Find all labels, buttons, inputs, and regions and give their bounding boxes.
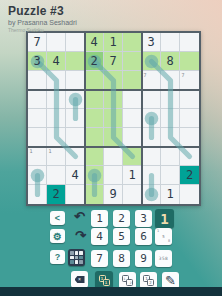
cell-r7c5[interactable] (104, 147, 123, 166)
cell-r9c3[interactable] (66, 185, 85, 204)
cell-r6c2[interactable] (47, 128, 66, 147)
cell-r7c9[interactable] (180, 147, 199, 166)
cell-r5c4[interactable] (85, 109, 104, 128)
cell-r1c7[interactable]: 3 (142, 33, 161, 52)
digit: 2 (85, 52, 103, 70)
selected-digit-button[interactable]: 1 (155, 209, 174, 228)
color-palette-button[interactable] (68, 249, 85, 266)
center-mode-icon: 1 2 (143, 275, 154, 286)
header: Puzzle #3 by Prasanna Seshadri Thermo Su… (8, 4, 77, 33)
cell-r1c8[interactable] (161, 33, 180, 52)
cell-r7c7[interactable] (142, 147, 161, 166)
cell-r3c6[interactable] (123, 71, 142, 90)
cell-r5c9[interactable] (180, 109, 199, 128)
cell-r1c6[interactable] (123, 33, 142, 52)
numpad-9[interactable]: 9 (135, 250, 152, 267)
cell-r3c3[interactable] (66, 71, 85, 90)
corner-pencil-mark: 1 (30, 148, 33, 154)
cell-r7c6[interactable] (123, 147, 142, 166)
cell-r7c8[interactable] (161, 147, 180, 166)
cell-r9c2[interactable]: 2 (47, 185, 66, 204)
cell-r5c5[interactable] (104, 109, 123, 128)
author-line: by Prasanna Seshadri (8, 19, 77, 26)
numpad-3[interactable]: 3 (135, 210, 152, 227)
cell-r9c4[interactable] (85, 185, 104, 204)
redo-button[interactable]: ↷ (73, 228, 88, 243)
numpad-1[interactable]: 1 (91, 210, 108, 227)
cell-r3c1[interactable] (28, 71, 47, 90)
cell-r9c7[interactable] (142, 185, 161, 204)
digit: 7 (104, 52, 122, 70)
corner-mode-icon: 1 2 (122, 275, 133, 286)
palette-grid-icon (70, 251, 83, 264)
cell-grid: 7413342787711412291 (28, 33, 199, 204)
digit: 4 (66, 166, 84, 184)
back-button[interactable]: < (50, 211, 65, 225)
digit: 1 (161, 185, 179, 204)
cell-r7c2[interactable]: 1 (47, 147, 66, 166)
cell-r8c2[interactable] (47, 166, 66, 185)
cell-r2c5[interactable]: 7 (104, 52, 123, 71)
cell-r6c8[interactable] (161, 128, 180, 147)
cell-r5c1[interactable] (28, 109, 47, 128)
corner-pencil-mark: 7 (144, 72, 147, 78)
cell-r3c2[interactable] (47, 71, 66, 90)
cell-r4c2[interactable] (47, 90, 66, 109)
digit-mode-icon: 1 1 (99, 275, 110, 286)
cell-r6c4[interactable] (85, 128, 104, 147)
cell-r4c7[interactable] (142, 90, 161, 109)
cell-r2c2[interactable]: 4 (47, 52, 66, 71)
cell-r2c8[interactable]: 8 (161, 52, 180, 71)
numpad-4[interactable]: 4 (91, 228, 108, 245)
cell-r6c5[interactable] (104, 128, 123, 147)
center-marks-sample-button[interactable]: 358 (155, 250, 172, 267)
digit: 2 (47, 185, 65, 204)
undo-button[interactable]: ↶ (72, 209, 87, 224)
cell-r9c8[interactable]: 1 (161, 185, 180, 204)
cell-r2c4[interactable]: 2 (85, 52, 104, 71)
numpad-2[interactable]: 2 (113, 210, 130, 227)
corner-pencil-mark: 1 (49, 148, 52, 154)
cell-r9c6[interactable] (123, 185, 142, 204)
gear-icon: ⚙ (53, 231, 62, 242)
digit: 8 (161, 52, 179, 70)
cell-r7c1[interactable]: 1 (28, 147, 47, 166)
cell-r8c4[interactable] (85, 166, 104, 185)
cell-r7c3[interactable] (66, 147, 85, 166)
digit: 1 (123, 166, 141, 184)
cell-r4c8[interactable] (161, 90, 180, 109)
box-border-horizontal-1 (28, 89, 199, 91)
cell-r4c9[interactable] (180, 90, 199, 109)
pen-icon: ✎ (165, 273, 176, 288)
cell-r6c9[interactable] (180, 128, 199, 147)
cell-r5c2[interactable] (47, 109, 66, 128)
cell-r6c6[interactable] (123, 128, 142, 147)
cell-r8c9[interactable]: 2 (180, 166, 199, 185)
digit: 4 (47, 52, 65, 70)
cell-r9c9[interactable] (180, 185, 199, 204)
digit: 3 (142, 33, 160, 51)
digit: 1 (104, 33, 122, 51)
cell-r4c3[interactable] (66, 90, 85, 109)
cell-r8c8[interactable] (161, 166, 180, 185)
cell-r8c6[interactable]: 1 (123, 166, 142, 185)
system-gesture-bar (0, 287, 222, 296)
cell-r1c5[interactable]: 1 (104, 33, 123, 52)
cell-r2c7[interactable] (142, 52, 161, 71)
cell-r2c3[interactable] (66, 52, 85, 71)
box-border-horizontal-2 (28, 146, 199, 148)
cell-r3c4[interactable] (85, 71, 104, 90)
cell-r7c4[interactable] (85, 147, 104, 166)
cell-r1c2[interactable] (47, 33, 66, 52)
numpad-7[interactable]: 7 (91, 250, 108, 267)
numpad-6[interactable]: 6 (135, 228, 152, 245)
cell-r8c1[interactable] (28, 166, 47, 185)
cell-r4c5[interactable] (104, 90, 123, 109)
cell-r5c7[interactable] (142, 109, 161, 128)
digit: 2 (180, 166, 199, 184)
cell-r5c8[interactable] (161, 109, 180, 128)
cell-r8c7[interactable] (142, 166, 161, 185)
cell-r3c9[interactable]: 7 (180, 71, 199, 90)
corner-sample-5: 5 (162, 234, 164, 239)
cell-r6c7[interactable] (142, 128, 161, 147)
help-button[interactable]: ? (50, 250, 65, 264)
cell-r3c8[interactable] (161, 71, 180, 90)
digit: 7 (28, 33, 46, 51)
cell-r8c3[interactable]: 4 (66, 166, 85, 185)
digit: 9 (104, 185, 122, 204)
cell-r4c1[interactable] (28, 90, 47, 109)
cell-r3c5[interactable] (104, 71, 123, 90)
cell-r3c7[interactable]: 7 (142, 71, 161, 90)
cell-r6c3[interactable] (66, 128, 85, 147)
cell-r2c1[interactable]: 3 (28, 52, 47, 71)
cell-r2c6[interactable] (123, 52, 142, 71)
erase-button[interactable]: × (71, 271, 88, 288)
numpad-5[interactable]: 5 (113, 228, 130, 245)
cell-r1c9[interactable] (180, 33, 199, 52)
backspace-icon: × (75, 276, 85, 283)
cell-r6c1[interactable] (28, 128, 47, 147)
cell-r1c1[interactable]: 7 (28, 33, 47, 52)
corner-sample-1: 1 (157, 230, 159, 234)
corner-marks-sample-button[interactable]: 1 5 8 (155, 228, 172, 245)
cell-r2c9[interactable] (180, 52, 199, 71)
numpad-8[interactable]: 8 (113, 250, 130, 267)
cell-r1c4[interactable]: 4 (85, 33, 104, 52)
digit: 4 (85, 33, 103, 51)
sudoku-board: 7413342787711412291 (26, 31, 201, 206)
cell-r8c5[interactable] (104, 166, 123, 185)
cell-r5c6[interactable] (123, 109, 142, 128)
cell-r9c5[interactable]: 9 (104, 185, 123, 204)
page-title: Puzzle #3 (8, 4, 77, 18)
puzzle-type-label: Thermo Sudoku (8, 27, 77, 33)
corner-sample-8: 8 (168, 240, 170, 244)
center-sample-text: 358 (159, 256, 169, 261)
cell-r9c1[interactable] (28, 185, 47, 204)
cell-r1c3[interactable] (66, 33, 85, 52)
app-screen: Puzzle #3 by Prasanna Seshadri Thermo Su… (0, 0, 222, 296)
corner-pencil-mark: 7 (182, 72, 185, 78)
cell-r4c6[interactable] (123, 90, 142, 109)
settings-button[interactable]: ⚙ (50, 229, 65, 243)
digit: 3 (28, 52, 46, 70)
cell-r4c4[interactable] (85, 90, 104, 109)
cell-r5c3[interactable] (66, 109, 85, 128)
